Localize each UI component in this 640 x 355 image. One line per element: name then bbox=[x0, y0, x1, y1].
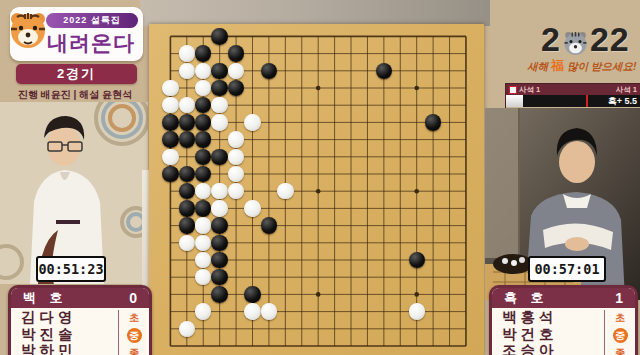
black-stone bbox=[211, 217, 227, 233]
phase-opening-badge: 초 bbox=[615, 313, 625, 323]
year-2022-logo: 2 22 bbox=[541, 20, 630, 59]
white-stone bbox=[195, 303, 211, 319]
black-stone bbox=[211, 28, 227, 44]
white-stone bbox=[211, 183, 227, 199]
white-stone bbox=[261, 303, 277, 319]
black-team-panel: 흑 호 1 백홍석 박건호 조승아 초 중 종 bbox=[489, 285, 638, 355]
white-stone bbox=[162, 149, 178, 165]
black-stone bbox=[162, 166, 178, 182]
white-stone bbox=[211, 97, 227, 113]
match-number-badge: 2경기 bbox=[16, 64, 137, 84]
member-name: 백홍석 bbox=[502, 309, 558, 326]
black-stone bbox=[162, 131, 178, 147]
phase-endgame-badge: 종 bbox=[615, 348, 625, 355]
captures-left-label: 사석 bbox=[519, 85, 534, 94]
phase-badges: 초 중 종 bbox=[119, 308, 149, 355]
white-stone bbox=[162, 97, 178, 113]
white-stone bbox=[211, 114, 227, 130]
go-board bbox=[149, 24, 484, 355]
white-stone bbox=[228, 131, 244, 147]
black-stone bbox=[425, 114, 441, 130]
black-stone bbox=[409, 252, 425, 268]
white-stone bbox=[179, 63, 195, 79]
white-team-members: 김다영 박진솔 박하민 bbox=[21, 309, 77, 355]
black-team-members: 백홍석 박건호 조승아 bbox=[502, 309, 558, 355]
member-name: 박건호 bbox=[502, 326, 558, 343]
score-estimate-value: 흑+ 5.5 bbox=[608, 95, 637, 107]
white-team-panel: 백 호 0 김다영 박진솔 박하민 초 중 종 bbox=[8, 285, 152, 355]
studio-wall bbox=[140, 0, 490, 26]
black-stone bbox=[179, 114, 195, 130]
show-logo-card: 2022 설특집 내려온다 bbox=[10, 7, 143, 61]
black-stone bbox=[211, 149, 227, 165]
black-stone bbox=[211, 80, 227, 96]
black-stone bbox=[376, 63, 392, 79]
phase-endgame-badge: 종 bbox=[129, 348, 139, 355]
black-stone bbox=[162, 114, 178, 130]
white-stone bbox=[179, 235, 195, 251]
center-tick bbox=[586, 95, 588, 107]
black-stone bbox=[211, 63, 227, 79]
captures-right-label: 사석 bbox=[616, 85, 631, 94]
white-stone bbox=[244, 200, 260, 216]
broadcast-frame: 2022 설특집 내려온다 2경기 진행 배윤진 | 해설 윤현석 2 bbox=[0, 0, 640, 355]
white-team-score: 0 bbox=[129, 290, 137, 306]
phase-opening-badge: 초 bbox=[129, 313, 139, 323]
white-team-header: 백 호 0 bbox=[11, 288, 149, 308]
logo-ribbon: 2022 설특집 bbox=[46, 13, 138, 28]
white-team-clock: 00:51:23 bbox=[36, 256, 106, 282]
black-stone bbox=[195, 200, 211, 216]
new-year-greeting: 새해 福 많이 받으세요! bbox=[524, 57, 640, 75]
black-team-header: 흑 호 1 bbox=[492, 288, 635, 308]
white-stone bbox=[409, 303, 425, 319]
white-stone bbox=[244, 303, 260, 319]
black-stone bbox=[211, 235, 227, 251]
white-stone bbox=[162, 80, 178, 96]
black-stone bbox=[211, 269, 227, 285]
white-share-segment bbox=[506, 95, 523, 107]
black-stone bbox=[211, 286, 227, 302]
tiger-zero-icon bbox=[562, 26, 589, 53]
black-stone bbox=[195, 45, 211, 61]
black-stone bbox=[195, 131, 211, 147]
member-name: 조승아 bbox=[502, 342, 558, 355]
year-digit: 2 bbox=[541, 20, 561, 59]
white-stone bbox=[277, 183, 293, 199]
black-stone bbox=[261, 217, 277, 233]
logo-title: 내려온다 bbox=[47, 29, 135, 57]
black-team-name: 흑 호 bbox=[504, 289, 549, 307]
black-stone bbox=[179, 200, 195, 216]
white-stone bbox=[211, 200, 227, 216]
phase-middle-badge-active: 중 bbox=[613, 328, 628, 343]
white-stone bbox=[244, 114, 260, 130]
black-stone bbox=[211, 252, 227, 268]
black-stone bbox=[195, 114, 211, 130]
black-stone bbox=[261, 63, 277, 79]
score-bar-header: 사석 1 사석 1 bbox=[506, 84, 640, 95]
white-team-chip bbox=[509, 86, 517, 94]
year-digits: 22 bbox=[590, 20, 630, 59]
black-stone bbox=[228, 45, 244, 61]
member-name: 박진솔 bbox=[21, 326, 77, 343]
white-team-name: 백 호 bbox=[23, 289, 68, 307]
crew-credit-line: 진행 배윤진 | 해설 윤현석 bbox=[0, 88, 150, 102]
tiger-mascot-icon bbox=[7, 9, 49, 57]
white-stone bbox=[195, 217, 211, 233]
member-name: 김다영 bbox=[21, 309, 77, 326]
white-stone bbox=[179, 321, 195, 337]
black-stone bbox=[179, 217, 195, 233]
member-name: 박하민 bbox=[21, 342, 77, 355]
score-bar-track: 흑+ 5.5 bbox=[506, 95, 640, 107]
black-team-score: 1 bbox=[615, 290, 623, 306]
phase-badges: 초 중 종 bbox=[605, 308, 635, 355]
score-estimate-bar: 사석 1 사석 1 흑+ 5.5 bbox=[505, 83, 640, 109]
phase-middle-badge-active: 중 bbox=[127, 328, 142, 343]
bok-character: 福 bbox=[551, 58, 564, 73]
black-team-clock: 00:57:01 bbox=[528, 256, 606, 282]
black-stone bbox=[244, 286, 260, 302]
white-stone bbox=[179, 45, 195, 61]
black-stone bbox=[179, 131, 195, 147]
black-stone bbox=[179, 166, 195, 182]
